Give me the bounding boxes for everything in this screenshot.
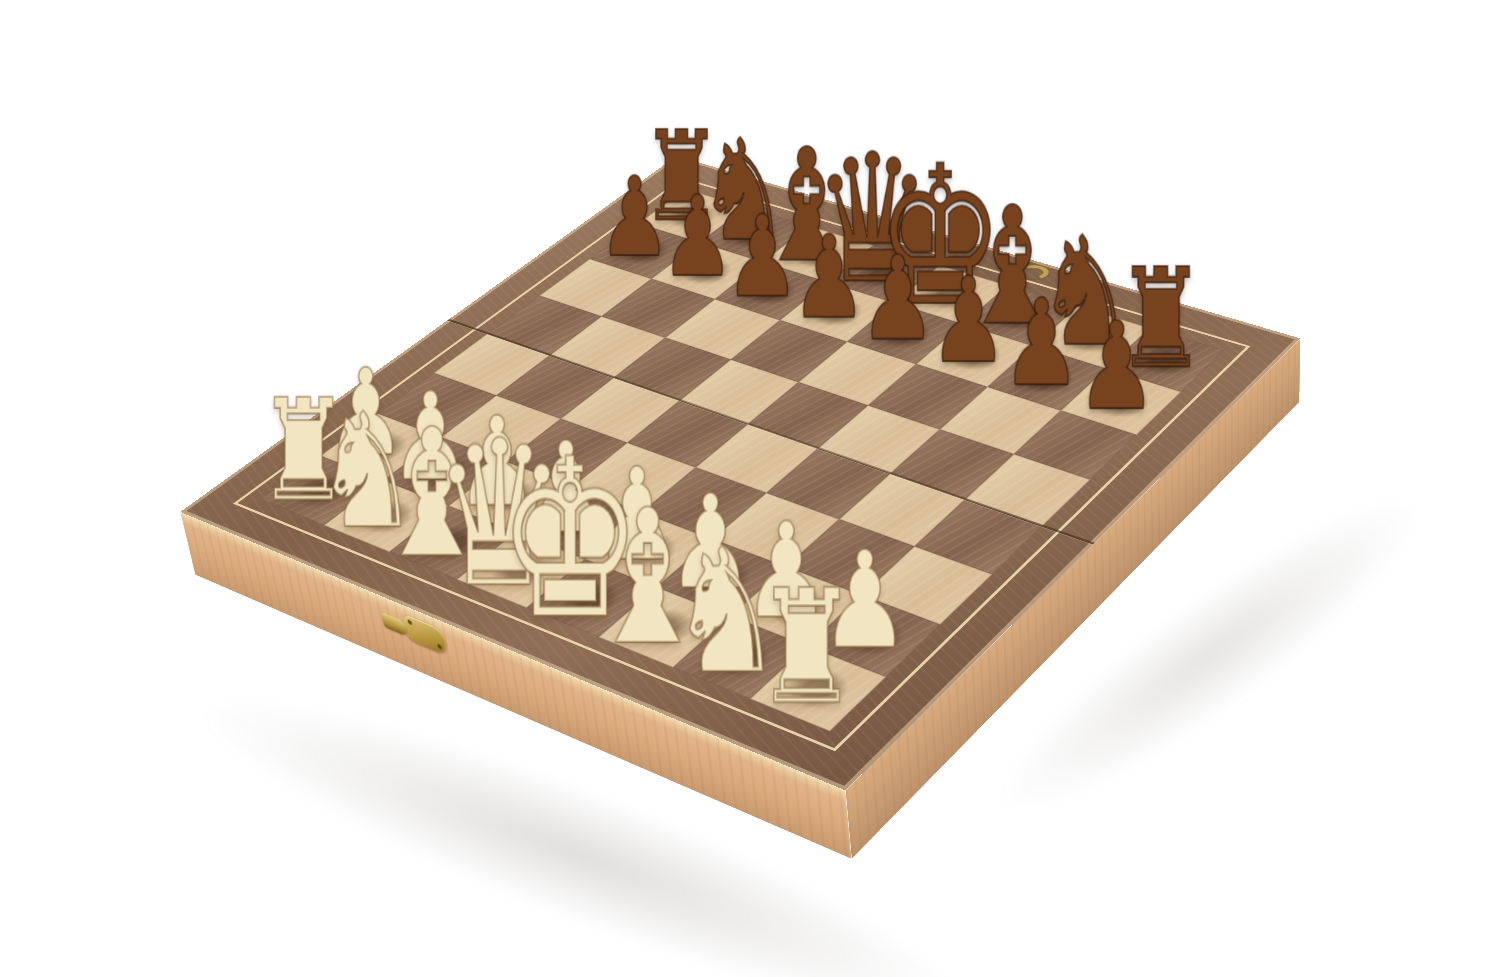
product-photo-stage: ♜♞♝♛♚♝♞♜♟♟♟♟♟♟♟♟♟♟♟♟♟♟♟♟♜♞♝♛♚♝♞♜: [0, 0, 1500, 977]
white-rook-icon: ♜: [755, 569, 859, 726]
folding-chess-board: ♜♞♝♛♚♝♞♜♟♟♟♟♟♟♟♟♟♟♟♟♟♟♟♟♜♞♝♛♚♝♞♜: [180, 156, 1300, 790]
black-pawn-icon: ♟: [859, 240, 936, 356]
black-pawn-icon: ♟: [725, 200, 800, 313]
black-pawn-icon: ♟: [791, 220, 867, 334]
black-pawn-icon: ♟: [1076, 305, 1157, 426]
latch-knob-icon: [381, 612, 407, 636]
black-pawn-icon: ♟: [930, 261, 1008, 379]
black-pawn-icon: ♟: [661, 181, 735, 292]
black-pawn-icon: ♟: [1002, 283, 1081, 403]
